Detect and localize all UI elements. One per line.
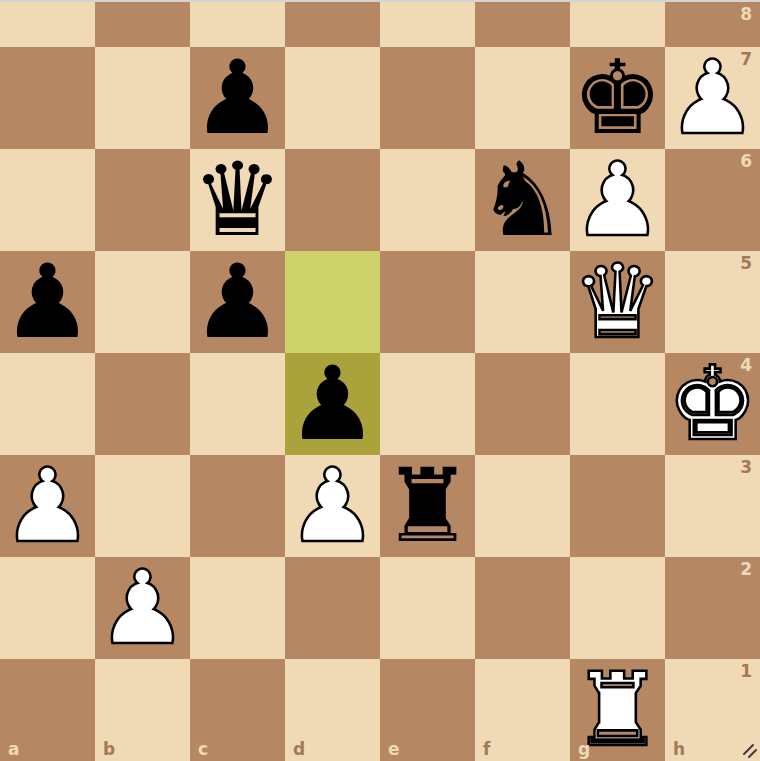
- square-b4[interactable]: [95, 353, 190, 455]
- chess-board: 8♟♚♟7♛♞♟6♟♟♛5♟♚4♟♟♜3♟2abcdef♜g1h: [0, 2, 760, 761]
- piece-white-pawn[interactable]: ♟: [2, 455, 93, 557]
- square-b3[interactable]: [95, 455, 190, 557]
- square-h2[interactable]: 2: [665, 557, 760, 659]
- square-e6[interactable]: [380, 149, 475, 251]
- piece-black-pawn[interactable]: ♟: [192, 47, 283, 149]
- square-d3[interactable]: ♟: [285, 455, 380, 557]
- piece-white-pawn[interactable]: ♟: [97, 557, 188, 659]
- square-a1[interactable]: a: [0, 659, 95, 761]
- file-label-d: d: [293, 741, 305, 758]
- square-d2[interactable]: [285, 557, 380, 659]
- square-e1[interactable]: e: [380, 659, 475, 761]
- square-e5[interactable]: [380, 251, 475, 353]
- square-f3[interactable]: [475, 455, 570, 557]
- piece-black-pawn[interactable]: ♟: [287, 353, 378, 455]
- square-b2[interactable]: ♟: [95, 557, 190, 659]
- file-label-h: h: [673, 741, 685, 758]
- square-f1[interactable]: f: [475, 659, 570, 761]
- square-d5[interactable]: [285, 251, 380, 353]
- square-e4[interactable]: [380, 353, 475, 455]
- piece-white-king[interactable]: ♚: [667, 353, 758, 455]
- square-e3[interactable]: ♜: [380, 455, 475, 557]
- resize-handle-icon[interactable]: [740, 741, 758, 759]
- piece-black-king[interactable]: ♚: [572, 47, 663, 149]
- piece-black-knight[interactable]: ♞: [477, 149, 568, 251]
- square-b6[interactable]: [95, 149, 190, 251]
- square-a5[interactable]: ♟: [0, 251, 95, 353]
- square-f8[interactable]: [475, 2, 570, 47]
- square-f7[interactable]: [475, 47, 570, 149]
- square-h5[interactable]: 5: [665, 251, 760, 353]
- square-e8[interactable]: [380, 2, 475, 47]
- rank-label-8: 8: [740, 6, 752, 23]
- square-d8[interactable]: [285, 2, 380, 47]
- square-a8[interactable]: [0, 2, 95, 47]
- piece-white-pawn[interactable]: ♟: [287, 455, 378, 557]
- square-h6[interactable]: 6: [665, 149, 760, 251]
- square-b5[interactable]: [95, 251, 190, 353]
- rank-label-1: 1: [740, 663, 752, 680]
- file-label-a: a: [8, 741, 19, 758]
- file-label-f: f: [483, 741, 490, 758]
- piece-black-pawn[interactable]: ♟: [192, 251, 283, 353]
- square-h4[interactable]: ♚4: [665, 353, 760, 455]
- square-c6[interactable]: ♛: [190, 149, 285, 251]
- square-h7[interactable]: ♟7: [665, 47, 760, 149]
- square-g5[interactable]: ♛: [570, 251, 665, 353]
- square-c4[interactable]: [190, 353, 285, 455]
- piece-white-pawn[interactable]: ♟: [572, 149, 663, 251]
- square-g3[interactable]: [570, 455, 665, 557]
- square-b8[interactable]: [95, 2, 190, 47]
- square-b1[interactable]: b: [95, 659, 190, 761]
- square-d6[interactable]: [285, 149, 380, 251]
- square-g7[interactable]: ♚: [570, 47, 665, 149]
- piece-white-rook[interactable]: ♜: [572, 659, 663, 761]
- file-label-e: e: [388, 741, 400, 758]
- rank-label-2: 2: [740, 561, 752, 578]
- square-g4[interactable]: [570, 353, 665, 455]
- square-a2[interactable]: [0, 557, 95, 659]
- chess-app-page: 8♟♚♟7♛♞♟6♟♟♛5♟♚4♟♟♜3♟2abcdef♜g1h: [0, 0, 760, 761]
- square-a6[interactable]: [0, 149, 95, 251]
- square-a3[interactable]: ♟: [0, 455, 95, 557]
- square-f2[interactable]: [475, 557, 570, 659]
- square-c1[interactable]: c: [190, 659, 285, 761]
- square-c5[interactable]: ♟: [190, 251, 285, 353]
- square-g6[interactable]: ♟: [570, 149, 665, 251]
- square-f4[interactable]: [475, 353, 570, 455]
- piece-black-pawn[interactable]: ♟: [2, 251, 93, 353]
- piece-black-rook[interactable]: ♜: [382, 455, 473, 557]
- square-e7[interactable]: [380, 47, 475, 149]
- square-d1[interactable]: d: [285, 659, 380, 761]
- piece-black-queen[interactable]: ♛: [192, 149, 283, 251]
- square-c7[interactable]: ♟: [190, 47, 285, 149]
- piece-white-queen[interactable]: ♛: [572, 251, 663, 353]
- file-label-b: b: [103, 741, 115, 758]
- square-c3[interactable]: [190, 455, 285, 557]
- square-e2[interactable]: [380, 557, 475, 659]
- file-label-c: c: [198, 741, 208, 758]
- square-d7[interactable]: [285, 47, 380, 149]
- square-c2[interactable]: [190, 557, 285, 659]
- square-h3[interactable]: 3: [665, 455, 760, 557]
- square-a4[interactable]: [0, 353, 95, 455]
- rank-label-5: 5: [740, 255, 752, 272]
- piece-white-pawn[interactable]: ♟: [667, 47, 758, 149]
- square-f5[interactable]: [475, 251, 570, 353]
- square-f6[interactable]: ♞: [475, 149, 570, 251]
- square-b7[interactable]: [95, 47, 190, 149]
- square-d4[interactable]: ♟: [285, 353, 380, 455]
- square-a7[interactable]: [0, 47, 95, 149]
- square-g1[interactable]: ♜g: [570, 659, 665, 761]
- square-g2[interactable]: [570, 557, 665, 659]
